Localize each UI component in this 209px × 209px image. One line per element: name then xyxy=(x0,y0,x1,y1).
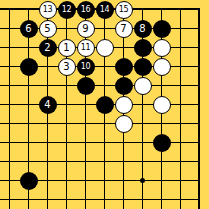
board-point-r1-c4[interactable]: 12 xyxy=(57,0,76,19)
black-stone: 6 xyxy=(20,20,38,38)
board-point-r4-c6[interactable] xyxy=(95,57,114,76)
board-point-r7-c5[interactable] xyxy=(76,114,95,133)
board-point-r11-c1[interactable] xyxy=(0,190,19,209)
board-point-r8-c4[interactable] xyxy=(57,133,76,152)
move-number-label: 12 xyxy=(62,6,72,14)
board-point-r3-c3[interactable]: 2 xyxy=(38,38,57,57)
board-point-r10-c10[interactable] xyxy=(171,171,190,190)
move-number-label: 11 xyxy=(81,44,91,52)
black-stone xyxy=(134,39,152,57)
white-stone: 11 xyxy=(77,39,95,57)
board-point-r5-c4[interactable] xyxy=(57,76,76,95)
move-number-label: 14 xyxy=(100,6,110,14)
board-point-r5-c3[interactable] xyxy=(38,76,57,95)
black-stone: 4 xyxy=(39,96,57,114)
board-point-r6-c11[interactable] xyxy=(190,95,209,114)
board-point-r6-c9[interactable] xyxy=(152,95,171,114)
board-point-r1-c8[interactable] xyxy=(133,0,152,19)
white-stone: 7 xyxy=(115,20,133,38)
black-stone xyxy=(134,58,152,76)
black-stone: 14 xyxy=(96,1,114,19)
board-point-r8-c2[interactable] xyxy=(19,133,38,152)
black-stone xyxy=(20,58,38,76)
move-number-label: 16 xyxy=(81,6,91,14)
board-point-r11-c9[interactable] xyxy=(152,190,171,209)
board-point-r4-c2[interactable] xyxy=(19,57,38,76)
board-point-r7-c8[interactable] xyxy=(133,114,152,133)
move-number-label: 1 xyxy=(63,43,69,53)
white-stone: 13 xyxy=(39,1,57,19)
board-point-r5-c6[interactable] xyxy=(95,76,114,95)
white-stone xyxy=(153,58,171,76)
black-stone xyxy=(77,77,95,95)
board-point-r3-c9[interactable] xyxy=(152,38,171,57)
board-point-r7-c9[interactable] xyxy=(152,114,171,133)
move-number-label: 8 xyxy=(139,24,145,34)
board-point-r9-c9[interactable] xyxy=(152,152,171,171)
board-point-r2-c5[interactable]: 9 xyxy=(76,19,95,38)
white-stone xyxy=(96,39,114,57)
board-point-r7-c4[interactable] xyxy=(57,114,76,133)
board-point-r10-c9[interactable] xyxy=(152,171,171,190)
black-stone xyxy=(115,58,133,76)
white-stone xyxy=(153,96,171,114)
board-point-r4-c3[interactable] xyxy=(38,57,57,76)
board-point-r10-c4[interactable] xyxy=(57,171,76,190)
board-point-r2-c4[interactable] xyxy=(57,19,76,38)
board-point-r6-c7[interactable] xyxy=(114,95,133,114)
board-point-r4-c8[interactable] xyxy=(133,57,152,76)
board-point-r2-c2[interactable]: 6 xyxy=(19,19,38,38)
board-point-r1-c7[interactable]: 15 xyxy=(114,0,133,19)
black-stone: 2 xyxy=(39,39,57,57)
white-stone: 15 xyxy=(115,1,133,19)
white-stone: 9 xyxy=(77,20,95,38)
black-stone xyxy=(153,134,171,152)
board-point-r8-c11[interactable] xyxy=(190,133,209,152)
board-point-r3-c1[interactable] xyxy=(0,38,19,57)
board-point-r7-c11[interactable] xyxy=(190,114,209,133)
move-number-label: 6 xyxy=(25,24,31,34)
white-stone xyxy=(134,77,152,95)
board-point-r3-c7[interactable] xyxy=(114,38,133,57)
black-stone xyxy=(153,20,171,38)
board-point-r1-c2[interactable] xyxy=(19,0,38,19)
board-point-r7-c6[interactable] xyxy=(95,114,114,133)
board-point-r5-c10[interactable] xyxy=(171,76,190,95)
board-point-r6-c5[interactable] xyxy=(76,95,95,114)
board-point-r2-c10[interactable] xyxy=(171,19,190,38)
board-point-r10-c11[interactable] xyxy=(190,171,209,190)
board-point-r1-c10[interactable] xyxy=(171,0,190,19)
board-point-r6-c8[interactable] xyxy=(133,95,152,114)
board-point-r3-c5[interactable]: 11 xyxy=(76,38,95,57)
board-point-r4-c9[interactable] xyxy=(152,57,171,76)
board-point-r5-c9[interactable] xyxy=(152,76,171,95)
board-point-r8-c8[interactable] xyxy=(133,133,152,152)
white-stone xyxy=(153,39,171,57)
star-point xyxy=(140,178,145,183)
board-point-r9-c4[interactable] xyxy=(57,152,76,171)
move-number-label: 5 xyxy=(44,24,50,34)
board-point-r3-c4[interactable]: 1 xyxy=(57,38,76,57)
move-number-label: 7 xyxy=(120,24,126,34)
board-point-r8-c9[interactable] xyxy=(152,133,171,152)
board-point-r9-c1[interactable] xyxy=(0,152,19,171)
board-point-r8-c6[interactable] xyxy=(95,133,114,152)
board-point-r6-c1[interactable] xyxy=(0,95,19,114)
board-point-r2-c9[interactable] xyxy=(152,19,171,38)
board-point-r2-c1[interactable] xyxy=(0,19,19,38)
board-point-r8-c1[interactable] xyxy=(0,133,19,152)
white-stone: 5 xyxy=(39,20,57,38)
board-point-r11-c8[interactable] xyxy=(133,190,152,209)
white-stone xyxy=(115,115,133,133)
move-number-label: 9 xyxy=(82,24,88,34)
black-stone: 8 xyxy=(134,20,152,38)
black-stone xyxy=(96,96,114,114)
board-point-r5-c7[interactable] xyxy=(114,76,133,95)
white-stone xyxy=(115,96,133,114)
board-point-r7-c10[interactable] xyxy=(171,114,190,133)
board-point-r10-c2[interactable] xyxy=(19,171,38,190)
board-point-r1-c3[interactable]: 13 xyxy=(38,0,57,19)
board-point-r1-c6[interactable]: 14 xyxy=(95,0,114,19)
board-point-r3-c8[interactable] xyxy=(133,38,152,57)
board-point-r9-c7[interactable] xyxy=(114,152,133,171)
board-point-r5-c1[interactable] xyxy=(0,76,19,95)
board-point-r4-c5[interactable]: 10 xyxy=(76,57,95,76)
board-point-r4-c4[interactable]: 3 xyxy=(57,57,76,76)
move-number-label: 15 xyxy=(119,6,129,14)
board-point-r11-c10[interactable] xyxy=(171,190,190,209)
board-point-r11-c11[interactable] xyxy=(190,190,209,209)
board-point-r8-c7[interactable] xyxy=(114,133,133,152)
board-point-r3-c6[interactable] xyxy=(95,38,114,57)
board-point-r5-c11[interactable] xyxy=(190,76,209,95)
board-point-r8-c10[interactable] xyxy=(171,133,190,152)
board-point-r10-c1[interactable] xyxy=(0,171,19,190)
board-point-r11-c4[interactable] xyxy=(57,190,76,209)
board-point-r4-c7[interactable] xyxy=(114,57,133,76)
board-point-r1-c11[interactable] xyxy=(190,0,209,19)
board-point-r2-c6[interactable] xyxy=(95,19,114,38)
board-point-r6-c4[interactable] xyxy=(57,95,76,114)
board-point-r11-c7[interactable] xyxy=(114,190,133,209)
white-stone: 3 xyxy=(58,58,76,76)
board-point-r6-c10[interactable] xyxy=(171,95,190,114)
move-number-label: 13 xyxy=(43,6,53,14)
board-point-r2-c11[interactable] xyxy=(190,19,209,38)
board-point-r9-c10[interactable] xyxy=(171,152,190,171)
board-point-r3-c10[interactable] xyxy=(171,38,190,57)
move-number-label: 10 xyxy=(81,63,91,71)
board-point-r3-c11[interactable] xyxy=(190,38,209,57)
board-point-r9-c8[interactable] xyxy=(133,152,152,171)
black-stone: 10 xyxy=(77,58,95,76)
board-point-r10-c6[interactable] xyxy=(95,171,114,190)
board-point-r7-c3[interactable] xyxy=(38,114,57,133)
black-stone: 12 xyxy=(58,1,76,19)
board-point-r4-c10[interactable] xyxy=(171,57,190,76)
board-point-r9-c6[interactable] xyxy=(95,152,114,171)
board-point-r1-c9[interactable] xyxy=(152,0,171,19)
board-point-r5-c8[interactable] xyxy=(133,76,152,95)
board-point-r2-c3[interactable]: 5 xyxy=(38,19,57,38)
board-point-r8-c3[interactable] xyxy=(38,133,57,152)
board-point-r11-c2[interactable] xyxy=(19,190,38,209)
board-point-r9-c2[interactable] xyxy=(19,152,38,171)
board-point-r2-c8[interactable]: 8 xyxy=(133,19,152,38)
board-point-r5-c5[interactable] xyxy=(76,76,95,95)
board-point-r9-c5[interactable] xyxy=(76,152,95,171)
board-point-r10-c8[interactable] xyxy=(133,171,152,190)
board-point-r6-c3[interactable]: 4 xyxy=(38,95,57,114)
board-point-r7-c7[interactable] xyxy=(114,114,133,133)
board-point-r7-c1[interactable] xyxy=(0,114,19,133)
move-number-label: 3 xyxy=(63,62,69,72)
board-point-r9-c11[interactable] xyxy=(190,152,209,171)
board-point-r5-c2[interactable] xyxy=(19,76,38,95)
board-point-r2-c7[interactable]: 7 xyxy=(114,19,133,38)
go-board: 13121614156597821113104 xyxy=(0,0,209,209)
board-point-r3-c2[interactable] xyxy=(19,38,38,57)
board-point-r11-c3[interactable] xyxy=(38,190,57,209)
black-stone: 16 xyxy=(77,1,95,19)
board-point-r1-c1[interactable] xyxy=(0,0,19,19)
board-point-r4-c11[interactable] xyxy=(190,57,209,76)
board-point-r6-c2[interactable] xyxy=(19,95,38,114)
board-point-r8-c5[interactable] xyxy=(76,133,95,152)
move-number-label: 4 xyxy=(44,100,50,110)
board-point-r11-c6[interactable] xyxy=(95,190,114,209)
board-point-r9-c3[interactable] xyxy=(38,152,57,171)
board-point-r4-c1[interactable] xyxy=(0,57,19,76)
board-point-r1-c5[interactable]: 16 xyxy=(76,0,95,19)
board-point-r7-c2[interactable] xyxy=(19,114,38,133)
white-stone: 1 xyxy=(58,39,76,57)
move-number-label: 2 xyxy=(44,43,50,53)
board-point-r10-c5[interactable] xyxy=(76,171,95,190)
board-point-r11-c5[interactable] xyxy=(76,190,95,209)
board-point-r6-c6[interactable] xyxy=(95,95,114,114)
board-point-r10-c3[interactable] xyxy=(38,171,57,190)
board-point-r10-c7[interactable] xyxy=(114,171,133,190)
black-stone xyxy=(20,172,38,190)
black-stone xyxy=(115,77,133,95)
